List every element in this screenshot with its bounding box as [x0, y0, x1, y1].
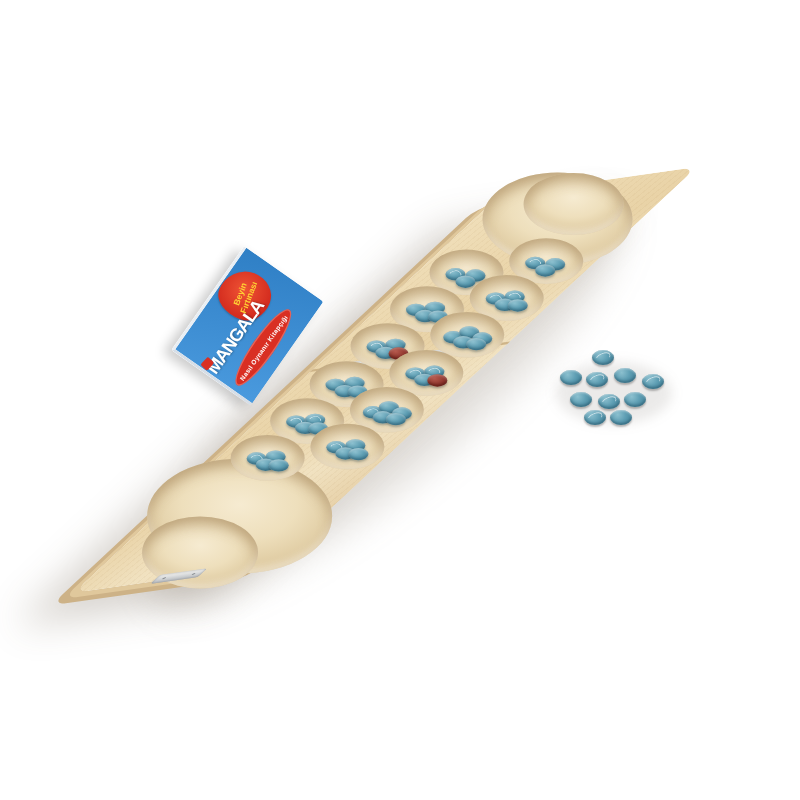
loose-stone [614, 368, 636, 383]
loose-stone [610, 410, 632, 425]
pit-R6[interactable] [310, 424, 384, 470]
loose-stone [584, 410, 606, 425]
stone [269, 459, 289, 471]
loose-stone [560, 370, 582, 385]
loose-stone [592, 350, 614, 365]
scene: Beyin Fırtınası MANGALA Nasıl Oynanır Ki… [0, 0, 800, 800]
stone [386, 413, 406, 425]
stone [455, 276, 475, 288]
stone [508, 299, 528, 311]
stone [535, 264, 555, 276]
loose-stones [552, 348, 682, 438]
pit-R3[interactable] [430, 312, 504, 358]
loose-stone [642, 374, 664, 389]
store-far-basin [524, 173, 624, 235]
loose-stone [624, 392, 646, 407]
pit-L6[interactable] [231, 435, 305, 481]
loose-stone [570, 392, 592, 407]
stone [348, 448, 368, 460]
loose-stone [598, 394, 620, 409]
stone-red [427, 374, 447, 386]
stone [466, 338, 486, 350]
loose-stone [586, 372, 608, 387]
